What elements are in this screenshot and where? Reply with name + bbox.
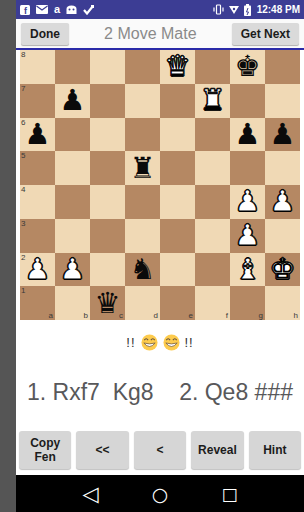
- bot-icon: [66, 5, 77, 14]
- rank-label-3: 3: [21, 219, 25, 228]
- file-label-h: h: [294, 311, 298, 320]
- square-a2[interactable]: 2♟: [20, 253, 55, 287]
- square-e2[interactable]: [160, 253, 195, 287]
- file-label-g: g: [259, 311, 263, 320]
- square-g4[interactable]: ♟: [230, 185, 265, 219]
- grin-emoji-icon: [163, 334, 180, 351]
- square-h1[interactable]: h: [265, 286, 300, 320]
- square-d6[interactable]: [125, 118, 160, 152]
- square-f7[interactable]: ♜: [195, 84, 230, 118]
- square-g1[interactable]: g: [230, 286, 265, 320]
- annotation-row: !! !!: [16, 334, 304, 351]
- square-h6[interactable]: ♟: [265, 118, 300, 152]
- piece-white-pawn[interactable]: ♟: [60, 255, 86, 284]
- file-label-a: a: [49, 311, 53, 320]
- hint-button[interactable]: Hint: [249, 431, 301, 469]
- square-c5[interactable]: [90, 151, 125, 185]
- battery-icon: [244, 4, 251, 16]
- piece-white-pawn[interactable]: ♟: [235, 221, 261, 250]
- piece-black-pawn[interactable]: ♟: [25, 120, 51, 149]
- square-g8[interactable]: ♚: [230, 50, 265, 84]
- square-a8[interactable]: 8: [20, 50, 55, 84]
- file-label-e: e: [189, 311, 193, 320]
- piece-white-pawn[interactable]: ♟: [235, 187, 261, 216]
- square-f2[interactable]: [195, 253, 230, 287]
- square-e7[interactable]: [160, 84, 195, 118]
- grin-emoji-icon: [141, 334, 158, 351]
- piece-white-pawn[interactable]: ♟: [270, 187, 296, 216]
- square-h5[interactable]: [265, 151, 300, 185]
- piece-white-rook[interactable]: ♜: [200, 86, 226, 115]
- square-g2[interactable]: ♝: [230, 253, 265, 287]
- square-c7[interactable]: [90, 84, 125, 118]
- solution-moves: 1. Rxf7 Kg8 2. Qe8 ###: [16, 379, 304, 406]
- file-label-b: b: [84, 311, 88, 320]
- square-h7[interactable]: [265, 84, 300, 118]
- chess-board[interactable]: 8♛♚7♟♜6♟♟♟5♜4♟♟3♟2♟♟♞♝♚1abc♛defgh: [20, 50, 300, 320]
- vibrate-icon: [213, 4, 224, 15]
- square-b1[interactable]: b: [55, 286, 90, 320]
- recents-icon[interactable]: □: [221, 484, 237, 504]
- square-d8[interactable]: [125, 50, 160, 84]
- square-f1[interactable]: f: [195, 286, 230, 320]
- piece-black-pawn[interactable]: ♟: [235, 120, 261, 149]
- back-icon[interactable]: ◁: [83, 482, 99, 506]
- page-title: 2 Move Mate: [104, 25, 196, 43]
- copy-fen-button[interactable]: Copy Fen: [19, 431, 71, 469]
- square-a5[interactable]: 5: [20, 151, 55, 185]
- piece-white-bishop[interactable]: ♝: [235, 255, 261, 284]
- rank-label-4: 4: [21, 185, 25, 194]
- reveal-button[interactable]: Reveal: [191, 431, 243, 469]
- square-b7[interactable]: ♟: [55, 84, 90, 118]
- square-c1[interactable]: c♛: [90, 286, 125, 320]
- square-b5[interactable]: [55, 151, 90, 185]
- square-f3[interactable]: [195, 219, 230, 253]
- square-b6[interactable]: [55, 118, 90, 152]
- square-a4[interactable]: 4: [20, 185, 55, 219]
- square-c2[interactable]: [90, 253, 125, 287]
- square-d5[interactable]: ♜: [125, 151, 160, 185]
- square-b4[interactable]: [55, 185, 90, 219]
- square-f4[interactable]: [195, 185, 230, 219]
- piece-black-queen[interactable]: ♛: [95, 289, 121, 318]
- square-a7[interactable]: 7: [20, 84, 55, 118]
- piece-black-king[interactable]: ♚: [235, 52, 261, 81]
- rewind-all-button[interactable]: <<: [76, 431, 128, 469]
- square-a1[interactable]: 1a: [20, 286, 55, 320]
- square-d7[interactable]: [125, 84, 160, 118]
- clock-time: 12:48 PM: [257, 4, 300, 15]
- piece-black-rook[interactable]: ♜: [130, 154, 156, 183]
- square-e5[interactable]: [160, 151, 195, 185]
- square-e6[interactable]: [160, 118, 195, 152]
- app-screen: f a 12:48 PM D: [16, 0, 304, 512]
- square-a6[interactable]: 6♟: [20, 118, 55, 152]
- square-h2[interactable]: ♚: [265, 253, 300, 287]
- square-h8[interactable]: [265, 50, 300, 84]
- square-g5[interactable]: [230, 151, 265, 185]
- square-g6[interactable]: ♟: [230, 118, 265, 152]
- file-label-c: c: [119, 311, 123, 320]
- piece-white-queen[interactable]: ♛: [165, 52, 191, 81]
- piece-black-pawn[interactable]: ♟: [60, 86, 86, 115]
- square-c6[interactable]: [90, 118, 125, 152]
- square-e1[interactable]: e: [160, 286, 195, 320]
- file-label-f: f: [226, 311, 228, 320]
- square-d3[interactable]: [125, 219, 160, 253]
- square-e8[interactable]: ♛: [160, 50, 195, 84]
- square-e4[interactable]: [160, 185, 195, 219]
- square-c8[interactable]: [90, 50, 125, 84]
- square-c3[interactable]: [90, 219, 125, 253]
- square-g3[interactable]: ♟: [230, 219, 265, 253]
- rank-label-7: 7: [21, 84, 25, 93]
- square-c4[interactable]: [90, 185, 125, 219]
- square-d4[interactable]: [125, 185, 160, 219]
- facebook-icon: f: [20, 5, 30, 15]
- piece-black-pawn[interactable]: ♟: [270, 120, 296, 149]
- control-buttons: Copy Fen << < Reveal Hint: [16, 431, 304, 469]
- annotation-right: !!: [185, 335, 194, 350]
- notification-icons: f a: [20, 4, 213, 15]
- rank-label-6: 6: [21, 118, 25, 127]
- square-e3[interactable]: [160, 219, 195, 253]
- piece-black-knight[interactable]: ♞: [130, 255, 156, 284]
- square-d1[interactable]: d: [125, 286, 160, 320]
- annotation-left: !!: [126, 335, 135, 350]
- square-f6[interactable]: [195, 118, 230, 152]
- square-b2[interactable]: ♟: [55, 253, 90, 287]
- status-bar: f a 12:48 PM: [16, 0, 304, 19]
- square-b3[interactable]: [55, 219, 90, 253]
- square-f5[interactable]: [195, 151, 230, 185]
- square-f8[interactable]: [195, 50, 230, 84]
- square-a3[interactable]: 3: [20, 219, 55, 253]
- system-status-icons: 12:48 PM: [213, 4, 300, 16]
- file-label-d: d: [154, 311, 158, 320]
- rank-label-5: 5: [21, 151, 25, 160]
- amazon-icon: a: [54, 4, 60, 15]
- piece-white-pawn[interactable]: ♟: [25, 255, 51, 284]
- square-d2[interactable]: ♞: [125, 253, 160, 287]
- rank-label-8: 8: [21, 50, 25, 59]
- square-h4[interactable]: ♟: [265, 185, 300, 219]
- piece-white-king[interactable]: ♚: [270, 255, 296, 284]
- square-h3[interactable]: [265, 219, 300, 253]
- rank-label-2: 2: [21, 253, 25, 262]
- square-g7[interactable]: [230, 84, 265, 118]
- android-nav-bar: ◁ ○ □: [16, 475, 304, 512]
- tasks-icon: [83, 5, 94, 15]
- square-b8[interactable]: [55, 50, 90, 84]
- rank-label-1: 1: [21, 286, 25, 295]
- home-icon[interactable]: ○: [152, 483, 169, 505]
- get-next-button[interactable]: Get Next: [232, 23, 299, 45]
- title-bar: Done 2 Move Mate Get Next: [16, 19, 304, 48]
- done-button[interactable]: Done: [21, 23, 69, 45]
- wifi-icon: [228, 5, 240, 15]
- step-back-button[interactable]: <: [134, 431, 186, 469]
- email-icon: [36, 5, 48, 14]
